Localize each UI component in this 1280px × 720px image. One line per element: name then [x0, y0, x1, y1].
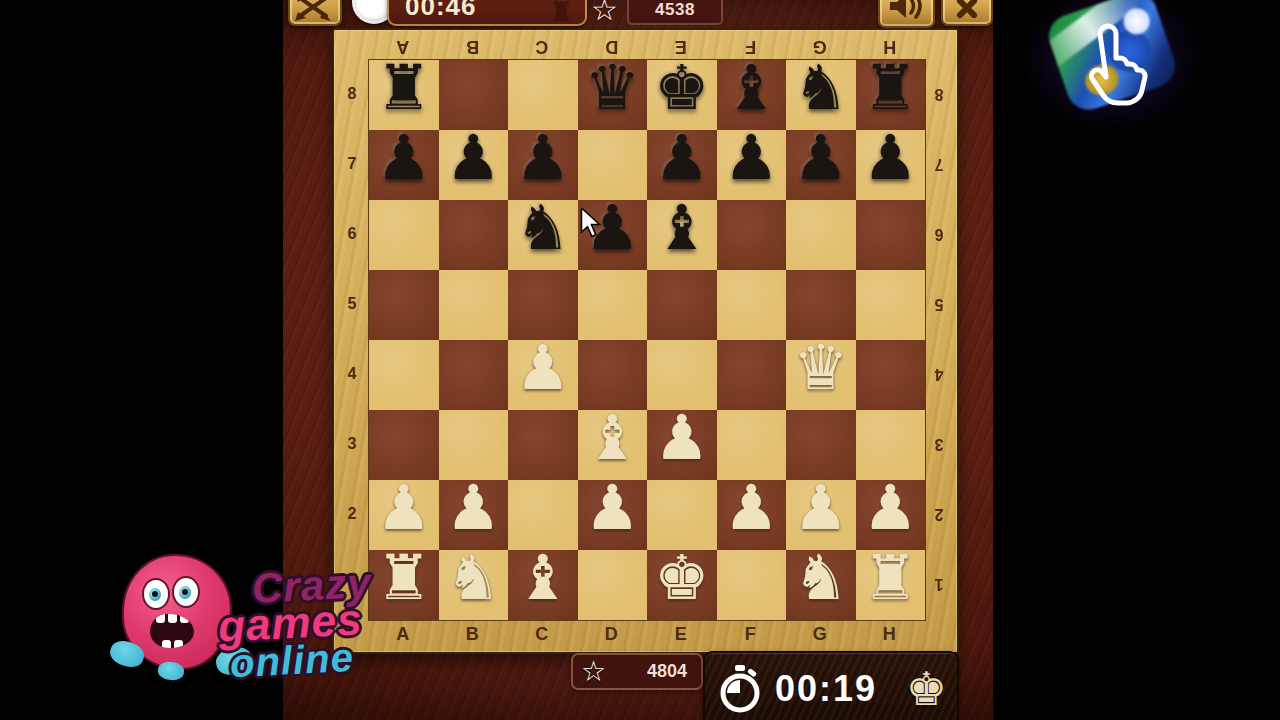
- square-g8[interactable]: ♞: [786, 60, 856, 130]
- square-e2[interactable]: [647, 480, 717, 550]
- square-h8[interactable]: ♜: [856, 60, 926, 130]
- white-king-icon: ♚: [906, 659, 947, 719]
- square-c6[interactable]: ♞: [508, 200, 578, 270]
- rank-label-2: 2: [339, 479, 365, 549]
- square-c3[interactable]: [508, 410, 578, 480]
- rank-label-7: 7: [339, 129, 365, 199]
- square-d2[interactable]: ♟: [578, 480, 648, 550]
- square-a8[interactable]: ♜: [369, 60, 439, 130]
- tap-hand-icon: [1070, 16, 1154, 112]
- piece-white-pawn[interactable]: ♟: [439, 473, 509, 543]
- screen: 00:46 ♜ ☆ 4538 ABCDEFGH ABCDEFGH 8765432…: [0, 0, 1280, 720]
- rank-labels-left: 87654321: [339, 59, 365, 619]
- piece-white-pawn[interactable]: ♟: [856, 473, 926, 543]
- white-rating-value: 4804: [647, 661, 687, 682]
- square-d4[interactable]: [578, 340, 648, 410]
- file-label-f: F: [716, 624, 786, 645]
- piece-white-queen[interactable]: ♛: [786, 333, 856, 403]
- square-f1[interactable]: [717, 550, 787, 620]
- square-c4[interactable]: ♟: [508, 340, 578, 410]
- square-g6[interactable]: [786, 200, 856, 270]
- square-b2[interactable]: ♟: [439, 480, 509, 550]
- piece-white-pawn[interactable]: ♟: [647, 403, 717, 473]
- square-c2[interactable]: [508, 480, 578, 550]
- piece-white-rook[interactable]: ♜: [856, 543, 926, 613]
- square-e1[interactable]: ♚: [647, 550, 717, 620]
- square-h3[interactable]: [856, 410, 926, 480]
- file-label-e: E: [646, 624, 716, 645]
- monster-mascot: [124, 556, 230, 668]
- piece-white-pawn[interactable]: ♟: [786, 473, 856, 543]
- piece-white-bishop[interactable]: ♝: [508, 543, 578, 613]
- piece-black-knight[interactable]: ♞: [786, 53, 856, 123]
- square-d3[interactable]: ♝: [578, 410, 648, 480]
- close-button[interactable]: [941, 0, 993, 26]
- square-h4[interactable]: [856, 340, 926, 410]
- piece-black-bishop[interactable]: ♝: [717, 53, 787, 123]
- piece-black-knight[interactable]: ♞: [508, 193, 578, 263]
- piece-black-pawn[interactable]: ♟: [786, 123, 856, 193]
- piece-black-rook[interactable]: ♜: [856, 53, 926, 123]
- piece-white-pawn[interactable]: ♟: [717, 473, 787, 543]
- black-timer-panel: 00:46 ♜: [387, 0, 587, 26]
- file-label-c: C: [507, 36, 577, 57]
- square-h6[interactable]: [856, 200, 926, 270]
- square-g5[interactable]: [786, 270, 856, 340]
- file-label-d: D: [577, 624, 647, 645]
- white-timer-panel: 00:19 ♚: [703, 651, 959, 720]
- rank-label-8: 8: [926, 59, 952, 129]
- piece-white-king[interactable]: ♚: [647, 543, 717, 613]
- piece-white-knight[interactable]: ♞: [786, 543, 856, 613]
- rank-label-3: 3: [926, 409, 952, 479]
- chess-board-frame: ABCDEFGH ABCDEFGH 87654321 87654321 ♜♛♚♝…: [332, 28, 959, 654]
- file-label-b: B: [438, 624, 508, 645]
- black-timer-text: 00:46: [405, 0, 477, 22]
- square-a5[interactable]: [369, 270, 439, 340]
- square-h1[interactable]: ♜: [856, 550, 926, 620]
- square-g7[interactable]: ♟: [786, 130, 856, 200]
- rank-label-1: 1: [926, 549, 952, 619]
- square-h7[interactable]: ♟: [856, 130, 926, 200]
- black-rating-value: 4538: [655, 0, 695, 20]
- square-f6[interactable]: [717, 200, 787, 270]
- piece-black-pawn[interactable]: ♟: [647, 123, 717, 193]
- file-label-c: C: [507, 624, 577, 645]
- piece-black-pawn[interactable]: ♟: [369, 123, 439, 193]
- square-d5[interactable]: [578, 270, 648, 340]
- square-f8[interactable]: ♝: [717, 60, 787, 130]
- square-e6[interactable]: ♝: [647, 200, 717, 270]
- square-d8[interactable]: ♛: [578, 60, 648, 130]
- piece-black-pawn[interactable]: ♟: [439, 123, 509, 193]
- square-e8[interactable]: ♚: [647, 60, 717, 130]
- speaker-icon: [882, 0, 931, 22]
- video-watermark[interactable]: [1022, 0, 1202, 132]
- piece-black-bishop[interactable]: ♝: [647, 193, 717, 263]
- mouse-cursor: [580, 208, 604, 238]
- sound-button[interactable]: [878, 0, 935, 28]
- square-b6[interactable]: [439, 200, 509, 270]
- square-f4[interactable]: [717, 340, 787, 410]
- square-a7[interactable]: ♟: [369, 130, 439, 200]
- rank-label-2: 2: [926, 479, 952, 549]
- square-a3[interactable]: [369, 410, 439, 480]
- square-g1[interactable]: ♞: [786, 550, 856, 620]
- piece-black-king[interactable]: ♚: [647, 53, 717, 123]
- rank-label-8: 8: [339, 59, 365, 129]
- white-timer-text: 00:19: [775, 668, 877, 710]
- piece-white-pawn[interactable]: ♟: [369, 473, 439, 543]
- square-f5[interactable]: [717, 270, 787, 340]
- piece-black-rook[interactable]: ♜: [369, 53, 439, 123]
- piece-white-bishop[interactable]: ♝: [578, 403, 648, 473]
- square-c8[interactable]: [508, 60, 578, 130]
- chess-board[interactable]: ♜♛♚♝♞♜♟♟♟♟♟♟♟♞♟♝♟♛♝♟♟♟♟♟♟♟♜♞♝♚♞♜: [368, 59, 926, 621]
- piece-black-pawn[interactable]: ♟: [856, 123, 926, 193]
- square-b4[interactable]: [439, 340, 509, 410]
- square-d1[interactable]: [578, 550, 648, 620]
- piece-white-pawn[interactable]: ♟: [578, 473, 648, 543]
- square-e5[interactable]: [647, 270, 717, 340]
- square-a2[interactable]: ♟: [369, 480, 439, 550]
- file-label-g: G: [785, 624, 855, 645]
- piece-black-pawn[interactable]: ♟: [717, 123, 787, 193]
- rank-labels-right: 87654321: [926, 59, 952, 619]
- square-e7[interactable]: ♟: [647, 130, 717, 200]
- white-rating-panel: ☆ 4804: [571, 653, 703, 690]
- crazygames-logo: Crazy games online: [106, 546, 406, 720]
- square-h5[interactable]: [856, 270, 926, 340]
- square-a4[interactable]: [369, 340, 439, 410]
- logo-word-online: online: [229, 635, 355, 686]
- square-f7[interactable]: ♟: [717, 130, 787, 200]
- star-icon: ☆: [591, 0, 618, 27]
- square-e3[interactable]: ♟: [647, 410, 717, 480]
- square-b5[interactable]: [439, 270, 509, 340]
- rank-label-6: 6: [339, 199, 365, 269]
- square-b8[interactable]: [439, 60, 509, 130]
- rank-label-7: 7: [926, 129, 952, 199]
- square-b7[interactable]: ♟: [439, 130, 509, 200]
- file-label-b: B: [438, 36, 508, 57]
- square-e4[interactable]: [647, 340, 717, 410]
- stopwatch-icon: [717, 663, 763, 715]
- square-g3[interactable]: [786, 410, 856, 480]
- rank-label-5: 5: [926, 269, 952, 339]
- square-g4[interactable]: ♛: [786, 340, 856, 410]
- square-c7[interactable]: ♟: [508, 130, 578, 200]
- piece-black-queen[interactable]: ♛: [578, 53, 648, 123]
- square-a6[interactable]: [369, 200, 439, 270]
- square-h2[interactable]: ♟: [856, 480, 926, 550]
- square-f2[interactable]: ♟: [717, 480, 787, 550]
- rank-label-4: 4: [339, 339, 365, 409]
- rank-label-4: 4: [926, 339, 952, 409]
- file-labels-bottom: ABCDEFGH: [368, 624, 924, 645]
- chess-piece-icon: ♜: [550, 0, 573, 24]
- black-rating-panel: 4538: [627, 0, 723, 25]
- square-g2[interactable]: ♟: [786, 480, 856, 550]
- piece-white-pawn[interactable]: ♟: [508, 333, 578, 403]
- rank-label-3: 3: [339, 409, 365, 479]
- square-b3[interactable]: [439, 410, 509, 480]
- file-label-h: H: [855, 624, 925, 645]
- square-c5[interactable]: [508, 270, 578, 340]
- square-f3[interactable]: [717, 410, 787, 480]
- piece-white-knight[interactable]: ♞: [439, 543, 509, 613]
- star-icon: ☆: [581, 655, 606, 688]
- crossed-arrows-icon: [290, 0, 336, 22]
- square-c1[interactable]: ♝: [508, 550, 578, 620]
- piece-black-pawn[interactable]: ♟: [508, 123, 578, 193]
- rank-label-6: 6: [926, 199, 952, 269]
- square-d7[interactable]: [578, 130, 648, 200]
- rank-label-5: 5: [339, 269, 365, 339]
- crossed-arrows-button[interactable]: [288, 0, 342, 26]
- square-b1[interactable]: ♞: [439, 550, 509, 620]
